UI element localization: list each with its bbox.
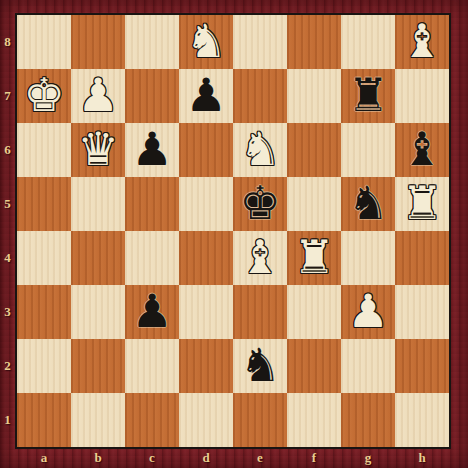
white-king-a7[interactable]: ♚ bbox=[23, 72, 64, 118]
square-h5[interactable]: ♜ bbox=[395, 177, 449, 231]
square-e3[interactable] bbox=[233, 285, 287, 339]
white-knight-e6[interactable]: ♞ bbox=[239, 126, 280, 172]
file-label-b: b bbox=[71, 449, 125, 468]
square-c3[interactable]: ♟ bbox=[125, 285, 179, 339]
square-g8[interactable] bbox=[341, 15, 395, 69]
rank-label-3: 3 bbox=[0, 285, 15, 339]
square-d1[interactable] bbox=[179, 393, 233, 447]
square-f2[interactable] bbox=[287, 339, 341, 393]
square-d7[interactable]: ♟ bbox=[179, 69, 233, 123]
rank-label-8: 8 bbox=[0, 15, 15, 69]
square-c5[interactable] bbox=[125, 177, 179, 231]
square-a2[interactable] bbox=[17, 339, 71, 393]
square-b6[interactable]: ♛ bbox=[71, 123, 125, 177]
square-b8[interactable] bbox=[71, 15, 125, 69]
black-king-e5[interactable]: ♚ bbox=[239, 180, 280, 226]
square-d4[interactable] bbox=[179, 231, 233, 285]
square-g2[interactable] bbox=[341, 339, 395, 393]
square-g1[interactable] bbox=[341, 393, 395, 447]
square-c7[interactable] bbox=[125, 69, 179, 123]
square-f7[interactable] bbox=[287, 69, 341, 123]
square-g4[interactable] bbox=[341, 231, 395, 285]
white-pawn-g3[interactable]: ♟ bbox=[347, 288, 388, 334]
black-bishop-h6[interactable]: ♝ bbox=[401, 126, 442, 172]
square-a8[interactable] bbox=[17, 15, 71, 69]
square-a1[interactable] bbox=[17, 393, 71, 447]
square-f5[interactable] bbox=[287, 177, 341, 231]
square-c2[interactable] bbox=[125, 339, 179, 393]
white-bishop-h8[interactable]: ♝ bbox=[401, 18, 442, 64]
square-h3[interactable] bbox=[395, 285, 449, 339]
square-h7[interactable] bbox=[395, 69, 449, 123]
file-label-c: c bbox=[125, 449, 179, 468]
square-a4[interactable] bbox=[17, 231, 71, 285]
white-rook-f4[interactable]: ♜ bbox=[293, 234, 334, 280]
rank-label-7: 7 bbox=[0, 69, 15, 123]
square-d3[interactable] bbox=[179, 285, 233, 339]
square-g5[interactable]: ♞ bbox=[341, 177, 395, 231]
square-e8[interactable] bbox=[233, 15, 287, 69]
square-d5[interactable] bbox=[179, 177, 233, 231]
file-label-f: f bbox=[287, 449, 341, 468]
square-f8[interactable] bbox=[287, 15, 341, 69]
black-pawn-d7[interactable]: ♟ bbox=[185, 72, 226, 118]
square-f6[interactable] bbox=[287, 123, 341, 177]
square-g6[interactable] bbox=[341, 123, 395, 177]
white-queen-b6[interactable]: ♛ bbox=[77, 126, 118, 172]
square-c8[interactable] bbox=[125, 15, 179, 69]
square-d6[interactable] bbox=[179, 123, 233, 177]
file-label-h: h bbox=[395, 449, 449, 468]
square-e1[interactable] bbox=[233, 393, 287, 447]
square-b4[interactable] bbox=[71, 231, 125, 285]
file-label-a: a bbox=[17, 449, 71, 468]
black-rook-g7[interactable]: ♜ bbox=[347, 72, 388, 118]
square-a6[interactable] bbox=[17, 123, 71, 177]
rank-label-6: 6 bbox=[0, 123, 15, 177]
white-rook-h5[interactable]: ♜ bbox=[401, 180, 442, 226]
square-a3[interactable] bbox=[17, 285, 71, 339]
board-frame: 87654321 abcdefgh ♞♝♚♟♟♜♛♟♞♝♚♞♜♝♜♟♟♞ bbox=[0, 0, 468, 468]
square-b7[interactable]: ♟ bbox=[71, 69, 125, 123]
square-h4[interactable] bbox=[395, 231, 449, 285]
square-a5[interactable] bbox=[17, 177, 71, 231]
square-g3[interactable]: ♟ bbox=[341, 285, 395, 339]
black-pawn-c3[interactable]: ♟ bbox=[131, 288, 172, 334]
rank-label-2: 2 bbox=[0, 339, 15, 393]
chess-board: ♞♝♚♟♟♜♛♟♞♝♚♞♜♝♜♟♟♞ bbox=[17, 15, 449, 447]
white-bishop-e4[interactable]: ♝ bbox=[239, 234, 280, 280]
square-f1[interactable] bbox=[287, 393, 341, 447]
square-b2[interactable] bbox=[71, 339, 125, 393]
square-e2[interactable]: ♞ bbox=[233, 339, 287, 393]
square-c6[interactable]: ♟ bbox=[125, 123, 179, 177]
square-d8[interactable]: ♞ bbox=[179, 15, 233, 69]
square-h8[interactable]: ♝ bbox=[395, 15, 449, 69]
file-label-d: d bbox=[179, 449, 233, 468]
square-c4[interactable] bbox=[125, 231, 179, 285]
square-d2[interactable] bbox=[179, 339, 233, 393]
square-b3[interactable] bbox=[71, 285, 125, 339]
square-e4[interactable]: ♝ bbox=[233, 231, 287, 285]
board-border: ♞♝♚♟♟♜♛♟♞♝♚♞♜♝♜♟♟♞ bbox=[15, 13, 451, 449]
file-label-e: e bbox=[233, 449, 287, 468]
square-b1[interactable] bbox=[71, 393, 125, 447]
rank-label-4: 4 bbox=[0, 231, 15, 285]
white-pawn-b7[interactable]: ♟ bbox=[77, 72, 118, 118]
square-g7[interactable]: ♜ bbox=[341, 69, 395, 123]
white-knight-d8[interactable]: ♞ bbox=[185, 18, 226, 64]
black-knight-g5[interactable]: ♞ bbox=[347, 180, 388, 226]
rank-label-5: 5 bbox=[0, 177, 15, 231]
square-e5[interactable]: ♚ bbox=[233, 177, 287, 231]
file-labels: abcdefgh bbox=[17, 449, 449, 468]
square-f3[interactable] bbox=[287, 285, 341, 339]
square-f4[interactable]: ♜ bbox=[287, 231, 341, 285]
square-h2[interactable] bbox=[395, 339, 449, 393]
square-e6[interactable]: ♞ bbox=[233, 123, 287, 177]
rank-labels: 87654321 bbox=[0, 15, 15, 447]
black-knight-e2[interactable]: ♞ bbox=[239, 342, 280, 388]
square-b5[interactable] bbox=[71, 177, 125, 231]
square-c1[interactable] bbox=[125, 393, 179, 447]
rank-label-1: 1 bbox=[0, 393, 15, 447]
square-h6[interactable]: ♝ bbox=[395, 123, 449, 177]
square-h1[interactable] bbox=[395, 393, 449, 447]
file-label-g: g bbox=[341, 449, 395, 468]
square-e7[interactable] bbox=[233, 69, 287, 123]
square-a7[interactable]: ♚ bbox=[17, 69, 71, 123]
black-pawn-c6[interactable]: ♟ bbox=[131, 126, 172, 172]
